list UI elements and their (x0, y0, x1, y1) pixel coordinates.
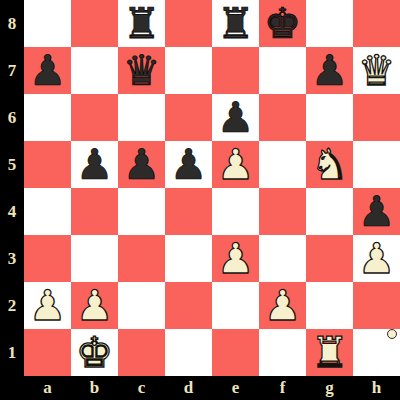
square-e7[interactable] (212, 47, 259, 94)
square-d7[interactable] (165, 47, 212, 94)
square-e4[interactable] (212, 188, 259, 235)
rank-label-5: 5 (0, 141, 24, 188)
file-label-g: g (306, 376, 353, 400)
square-g3[interactable] (306, 235, 353, 282)
piece-black-pawn[interactable]: ♟ (358, 191, 396, 233)
square-a4[interactable] (24, 188, 71, 235)
rank-label-6: 6 (0, 94, 24, 141)
piece-white-pawn[interactable]: ♟ (217, 144, 255, 186)
square-f6[interactable] (259, 94, 306, 141)
square-a7[interactable]: ♟ (24, 47, 71, 94)
square-h4[interactable]: ♟ (353, 188, 400, 235)
rank-label-3: 3 (0, 235, 24, 282)
square-c4[interactable] (118, 188, 165, 235)
square-a6[interactable] (24, 94, 71, 141)
rank-label-1: 1 (0, 329, 24, 376)
square-g1[interactable]: ♜ (306, 329, 353, 376)
piece-white-pawn[interactable]: ♟ (217, 238, 255, 280)
file-label-b: b (71, 376, 118, 400)
square-c5[interactable]: ♟ (118, 141, 165, 188)
piece-black-pawn[interactable]: ♟ (311, 50, 349, 92)
square-b1[interactable]: ♚ (71, 329, 118, 376)
piece-white-knight[interactable]: ♞ (311, 144, 349, 186)
piece-white-pawn[interactable]: ♟ (76, 285, 114, 327)
square-h3[interactable]: ♟ (353, 235, 400, 282)
square-b3[interactable] (71, 235, 118, 282)
file-label-d: d (165, 376, 212, 400)
square-g2[interactable] (306, 282, 353, 329)
file-labels: abcdefgh (24, 376, 400, 400)
square-b6[interactable] (71, 94, 118, 141)
square-e8[interactable]: ♜ (212, 0, 259, 47)
rank-label-8: 8 (0, 0, 24, 47)
square-b8[interactable] (71, 0, 118, 47)
square-a5[interactable] (24, 141, 71, 188)
file-label-f: f (259, 376, 306, 400)
square-h7[interactable]: ♛ (353, 47, 400, 94)
square-b4[interactable] (71, 188, 118, 235)
square-c3[interactable] (118, 235, 165, 282)
square-f1[interactable] (259, 329, 306, 376)
piece-black-pawn[interactable]: ♟ (217, 97, 255, 139)
piece-white-pawn[interactable]: ♟ (358, 238, 396, 280)
square-d8[interactable] (165, 0, 212, 47)
square-d1[interactable] (165, 329, 212, 376)
piece-white-pawn[interactable]: ♟ (264, 285, 302, 327)
square-b2[interactable]: ♟ (71, 282, 118, 329)
square-a3[interactable] (24, 235, 71, 282)
square-f4[interactable] (259, 188, 306, 235)
square-e6[interactable]: ♟ (212, 94, 259, 141)
square-h2[interactable] (353, 282, 400, 329)
piece-black-pawn[interactable]: ♟ (29, 50, 67, 92)
square-e5[interactable]: ♟ (212, 141, 259, 188)
piece-white-queen[interactable]: ♛ (358, 50, 396, 92)
square-c2[interactable] (118, 282, 165, 329)
piece-white-rook[interactable]: ♜ (311, 332, 349, 374)
file-label-e: e (212, 376, 259, 400)
square-d3[interactable] (165, 235, 212, 282)
square-d2[interactable] (165, 282, 212, 329)
square-f3[interactable] (259, 235, 306, 282)
square-g5[interactable]: ♞ (306, 141, 353, 188)
square-g8[interactable] (306, 0, 353, 47)
square-g6[interactable] (306, 94, 353, 141)
square-e1[interactable] (212, 329, 259, 376)
square-a8[interactable] (24, 0, 71, 47)
square-h5[interactable] (353, 141, 400, 188)
square-g7[interactable]: ♟ (306, 47, 353, 94)
file-label-c: c (118, 376, 165, 400)
piece-black-pawn[interactable]: ♟ (123, 144, 161, 186)
piece-white-king[interactable]: ♚ (76, 332, 114, 374)
square-a1[interactable] (24, 329, 71, 376)
rank-label-4: 4 (0, 188, 24, 235)
square-b5[interactable]: ♟ (71, 141, 118, 188)
square-f8[interactable]: ♚ (259, 0, 306, 47)
file-label-h: h (353, 376, 400, 400)
piece-black-king[interactable]: ♚ (264, 3, 302, 45)
square-f2[interactable]: ♟ (259, 282, 306, 329)
rank-labels: 87654321 (0, 0, 24, 376)
square-g4[interactable] (306, 188, 353, 235)
square-h8[interactable] (353, 0, 400, 47)
rank-label-2: 2 (0, 282, 24, 329)
rank-label-7: 7 (0, 47, 24, 94)
chess-board: ♜♜♚♟♛♟♛♟♟♟♟♟♞♟♟♟♟♟♟♚♜ (24, 0, 400, 376)
piece-white-pawn[interactable]: ♟ (29, 285, 67, 327)
square-e3[interactable]: ♟ (212, 235, 259, 282)
square-c7[interactable]: ♛ (118, 47, 165, 94)
square-h6[interactable] (353, 94, 400, 141)
square-d6[interactable] (165, 94, 212, 141)
piece-black-rook[interactable]: ♜ (217, 3, 255, 45)
square-b7[interactable] (71, 47, 118, 94)
square-e2[interactable] (212, 282, 259, 329)
piece-black-pawn[interactable]: ♟ (170, 144, 208, 186)
square-c8[interactable]: ♜ (118, 0, 165, 47)
square-f5[interactable] (259, 141, 306, 188)
square-a2[interactable]: ♟ (24, 282, 71, 329)
white-to-move-indicator (387, 329, 397, 339)
chess-diagram: 87654321 ♜♜♚♟♛♟♛♟♟♟♟♟♞♟♟♟♟♟♟♚♜ abcdefgh (0, 0, 400, 400)
square-c1[interactable] (118, 329, 165, 376)
square-d4[interactable] (165, 188, 212, 235)
piece-black-rook[interactable]: ♜ (123, 3, 161, 45)
square-d5[interactable]: ♟ (165, 141, 212, 188)
file-label-a: a (24, 376, 71, 400)
piece-black-queen[interactable]: ♛ (123, 50, 161, 92)
square-f7[interactable] (259, 47, 306, 94)
square-c6[interactable] (118, 94, 165, 141)
piece-black-pawn[interactable]: ♟ (76, 144, 114, 186)
